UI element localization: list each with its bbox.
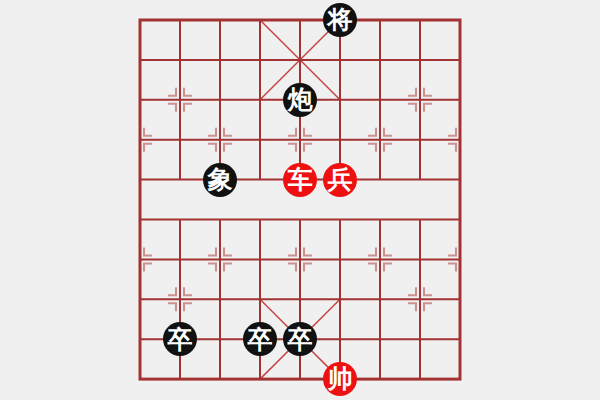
black-soldier-3[interactable]: 卒 (283, 322, 317, 356)
black-cannon[interactable]: 炮 (283, 83, 317, 117)
black-soldier-1[interactable]: 卒 (163, 322, 197, 356)
black-soldier-2[interactable]: 卒 (243, 322, 277, 356)
xiangqi-board: 将炮象车兵卒卒卒帅 (0, 0, 600, 400)
red-soldier[interactable]: 兵 (323, 163, 357, 197)
board-grid[interactable]: 将炮象车兵卒卒卒帅 (120, 0, 480, 399)
black-elephant[interactable]: 象 (203, 163, 237, 197)
black-general[interactable]: 将 (323, 3, 357, 37)
red-general[interactable]: 帅 (323, 362, 357, 396)
red-chariot[interactable]: 车 (283, 163, 317, 197)
